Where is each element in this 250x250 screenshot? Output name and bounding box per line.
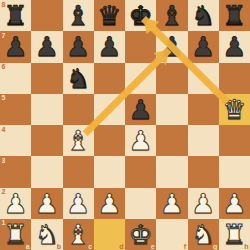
black-rook-a8[interactable]: ♜ — [0, 0, 31, 31]
square-h7[interactable]: ♟ — [219, 31, 250, 62]
white-pawn-h2[interactable]: ♟ — [219, 188, 250, 219]
white-bishop-c4[interactable]: ♝ — [63, 125, 94, 156]
square-d4[interactable] — [94, 125, 125, 156]
white-king-e1[interactable]: ♚ — [125, 219, 156, 250]
square-a3[interactable]: 3 — [0, 156, 31, 187]
square-e6[interactable] — [125, 63, 156, 94]
square-f4[interactable] — [156, 125, 187, 156]
rank-label-3: 3 — [2, 157, 6, 164]
square-h5[interactable]: ♛ — [219, 94, 250, 125]
black-pawn-d7[interactable]: ♟ — [94, 31, 125, 62]
rank-label-6: 6 — [2, 63, 6, 70]
white-queen-h5[interactable]: ♛ — [219, 94, 250, 125]
square-f3[interactable] — [156, 156, 187, 187]
square-a8[interactable]: 8♜ — [0, 0, 31, 31]
black-knight-c6[interactable]: ♞ — [63, 63, 94, 94]
black-pawn-g7[interactable]: ♟ — [188, 31, 219, 62]
black-bishop-f8[interactable]: ♝ — [156, 0, 187, 31]
square-b1[interactable]: b♞ — [31, 219, 62, 250]
square-d8[interactable]: ♛ — [94, 0, 125, 31]
white-pawn-e4[interactable]: ♟ — [125, 125, 156, 156]
rank-label-4: 4 — [2, 126, 6, 133]
white-rook-a1[interactable]: ♜ — [0, 219, 31, 250]
file-label-f: f — [184, 243, 186, 250]
square-g1[interactable]: g♞ — [188, 219, 219, 250]
square-f8[interactable]: ♝ — [156, 0, 187, 31]
square-b8[interactable] — [31, 0, 62, 31]
white-knight-g1[interactable]: ♞ — [188, 219, 219, 250]
square-c5[interactable] — [63, 94, 94, 125]
square-g6[interactable] — [188, 63, 219, 94]
rank-label-5: 5 — [2, 94, 6, 101]
square-h6[interactable] — [219, 63, 250, 94]
black-pawn-c7[interactable]: ♟ — [63, 31, 94, 62]
square-a4[interactable]: 4 — [0, 125, 31, 156]
file-label-d: d — [119, 243, 123, 250]
square-e8[interactable]: ♚ — [125, 0, 156, 31]
square-c3[interactable] — [63, 156, 94, 187]
square-e7[interactable] — [125, 31, 156, 62]
square-h1[interactable]: h♜ — [219, 219, 250, 250]
square-a1[interactable]: 1a♜ — [0, 219, 31, 250]
white-rook-h1[interactable]: ♜ — [219, 219, 250, 250]
black-pawn-e5[interactable]: ♟ — [125, 94, 156, 125]
square-f2[interactable]: ♟ — [156, 188, 187, 219]
black-queen-d8[interactable]: ♛ — [94, 0, 125, 31]
square-e2[interactable] — [125, 188, 156, 219]
square-c6[interactable]: ♞ — [63, 63, 94, 94]
black-pawn-a7[interactable]: ♟ — [0, 31, 31, 62]
square-b5[interactable] — [31, 94, 62, 125]
white-knight-b1[interactable]: ♞ — [31, 219, 62, 250]
square-g5[interactable] — [188, 94, 219, 125]
square-g2[interactable]: ♟ — [188, 188, 219, 219]
white-pawn-c2[interactable]: ♟ — [63, 188, 94, 219]
square-c8[interactable]: ♝ — [63, 0, 94, 31]
square-f7[interactable]: ♟ — [156, 31, 187, 62]
square-f5[interactable] — [156, 94, 187, 125]
white-pawn-b2[interactable]: ♟ — [31, 188, 62, 219]
black-pawn-b7[interactable]: ♟ — [31, 31, 62, 62]
black-pawn-f7[interactable]: ♟ — [156, 31, 187, 62]
chess-app: 8♜♝♛♚♝♞♜7♟♟♟♟♟♟♟6♞5♟♛4♝♟32♟♟♟♟♟♟♟1a♜b♞c♝… — [0, 0, 250, 250]
square-b3[interactable] — [31, 156, 62, 187]
square-d1[interactable]: d — [94, 219, 125, 250]
square-d3[interactable] — [94, 156, 125, 187]
square-a7[interactable]: 7♟ — [0, 31, 31, 62]
square-d5[interactable] — [94, 94, 125, 125]
square-a5[interactable]: 5 — [0, 94, 31, 125]
square-e4[interactable]: ♟ — [125, 125, 156, 156]
black-bishop-c8[interactable]: ♝ — [63, 0, 94, 31]
square-a6[interactable]: 6 — [0, 63, 31, 94]
square-h4[interactable] — [219, 125, 250, 156]
black-king-e8[interactable]: ♚ — [125, 0, 156, 31]
square-d6[interactable] — [94, 63, 125, 94]
square-g3[interactable] — [188, 156, 219, 187]
square-g8[interactable]: ♞ — [188, 0, 219, 31]
white-pawn-d2[interactable]: ♟ — [94, 188, 125, 219]
square-b6[interactable] — [31, 63, 62, 94]
black-rook-h8[interactable]: ♜ — [219, 0, 250, 31]
chess-board: 8♜♝♛♚♝♞♜7♟♟♟♟♟♟♟6♞5♟♛4♝♟32♟♟♟♟♟♟♟1a♜b♞c♝… — [0, 0, 250, 250]
square-e3[interactable] — [125, 156, 156, 187]
square-d2[interactable]: ♟ — [94, 188, 125, 219]
square-g4[interactable] — [188, 125, 219, 156]
square-h3[interactable] — [219, 156, 250, 187]
square-g7[interactable]: ♟ — [188, 31, 219, 62]
square-b2[interactable]: ♟ — [31, 188, 62, 219]
white-pawn-f2[interactable]: ♟ — [156, 188, 187, 219]
square-c1[interactable]: c♝ — [63, 219, 94, 250]
black-pawn-h7[interactable]: ♟ — [219, 31, 250, 62]
square-b7[interactable]: ♟ — [31, 31, 62, 62]
square-d7[interactable]: ♟ — [94, 31, 125, 62]
square-f6[interactable] — [156, 63, 187, 94]
square-h8[interactable]: ♜ — [219, 0, 250, 31]
square-a2[interactable]: 2♟ — [0, 188, 31, 219]
black-knight-g8[interactable]: ♞ — [188, 0, 219, 31]
square-e5[interactable]: ♟ — [125, 94, 156, 125]
white-pawn-g2[interactable]: ♟ — [188, 188, 219, 219]
square-c2[interactable]: ♟ — [63, 188, 94, 219]
white-pawn-a2[interactable]: ♟ — [0, 188, 31, 219]
white-bishop-c1[interactable]: ♝ — [63, 219, 94, 250]
square-b4[interactable] — [31, 125, 62, 156]
square-h2[interactable]: ♟ — [219, 188, 250, 219]
square-e1[interactable]: e♚ — [125, 219, 156, 250]
square-c7[interactable]: ♟ — [63, 31, 94, 62]
square-c4[interactable]: ♝ — [63, 125, 94, 156]
square-f1[interactable]: f — [156, 219, 187, 250]
